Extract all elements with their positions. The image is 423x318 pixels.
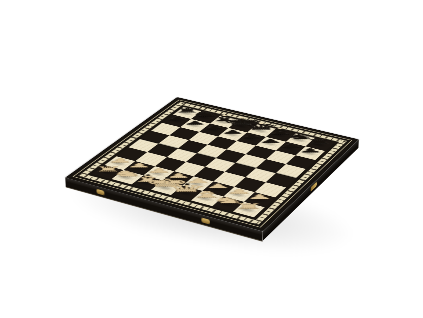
scene: ♜♞♝♚♛♝♞♜♟♟♟♟♟♟♟♟♟♟♟♟♟♟♟♟♜♞♝♚♛♝♞♜ <box>0 0 423 318</box>
pawn-glyph: ♟ <box>280 148 340 154</box>
brass-clasp-icon <box>96 188 104 195</box>
brass-clasp-icon <box>201 217 209 224</box>
brass-hinge-icon <box>311 181 317 192</box>
product-photo-canvas: ♜♞♝♚♛♝♞♜♟♟♟♟♟♟♟♟♟♟♟♟♟♟♟♟♜♞♝♚♛♝♞♜ <box>0 0 423 318</box>
chess-board-box: ♜♞♝♚♛♝♞♜♟♟♟♟♟♟♟♟♟♟♟♟♟♟♟♟♜♞♝♚♛♝♞♜ <box>65 97 359 231</box>
